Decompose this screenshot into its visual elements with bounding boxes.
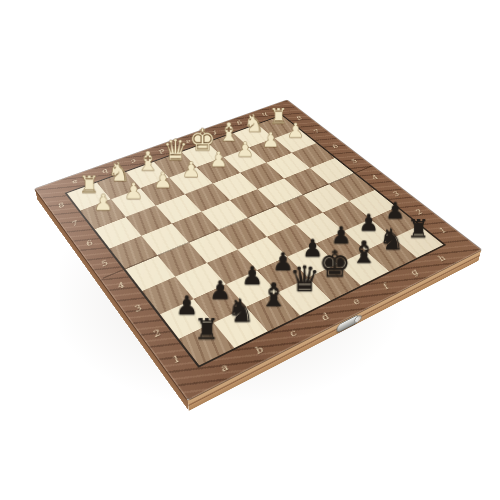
piece-black-rook[interactable]: ♜ <box>186 314 226 343</box>
piece-white-pawn[interactable]: ♟ <box>175 159 207 180</box>
chess-set-photo: abcdefgh abcdefgh 87654321 87654321 ♜♞♝♛… <box>0 0 500 500</box>
piece-white-pawn[interactable]: ♟ <box>117 180 150 202</box>
play-area: ♜♞♝♛♚♝♞♜♟♟♟♟♟♟♟♟♟♟♟♟♟♟♟♟♜♞♝♛♚♝♞♜ <box>65 114 447 367</box>
piece-white-pawn[interactable]: ♟ <box>146 169 179 191</box>
piece-white-pawn[interactable]: ♟ <box>203 149 235 170</box>
chess-board: abcdefgh abcdefgh 87654321 87654321 ♜♞♝♛… <box>35 100 481 400</box>
scene: abcdefgh abcdefgh 87654321 87654321 ♜♞♝♛… <box>0 0 500 500</box>
board-top-face: abcdefgh abcdefgh 87654321 87654321 ♜♞♝♛… <box>35 100 481 400</box>
piece-white-pawn[interactable]: ♟ <box>86 191 120 214</box>
